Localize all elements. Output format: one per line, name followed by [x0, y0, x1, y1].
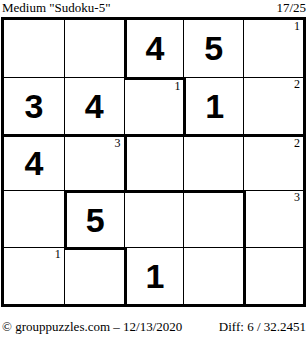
- given-digit: 4: [85, 89, 104, 123]
- cell-r3c3: [124, 134, 184, 191]
- copyright-text: © grouppuzzles.com – 12/13/2020: [2, 319, 182, 334]
- given-digit: 1: [146, 259, 165, 293]
- given-digit: 5: [204, 31, 223, 65]
- region-label: 1: [294, 20, 300, 33]
- cell-r5c2: [64, 247, 124, 304]
- region-label: 3: [115, 137, 121, 150]
- cell-r3c2: 3: [64, 134, 124, 191]
- cell-r1c5: 1: [243, 20, 303, 77]
- cell-r2c5: 2: [243, 77, 303, 134]
- difficulty-text: Diff: 6 / 32.2451: [219, 319, 306, 334]
- cell-r4c3: [124, 190, 184, 247]
- region-label: 3: [294, 191, 300, 204]
- puzzle-page: Medium "Sudoku-5" 17/25 451341124325311 …: [0, 0, 308, 343]
- cell-r5c1: 1: [4, 247, 64, 304]
- region-label: 1: [55, 248, 61, 261]
- puzzle-header: Medium "Sudoku-5" 17/25: [2, 1, 306, 17]
- cell-r1c1: [4, 20, 64, 77]
- region-label: 2: [294, 78, 300, 91]
- sudoku-grid: 451341124325311: [1, 17, 306, 307]
- given-digit: 4: [146, 31, 165, 65]
- cell-r4c2: 5: [64, 190, 124, 247]
- cell-r5c5: [243, 247, 303, 304]
- region-label: 2: [294, 137, 300, 150]
- cell-r2c4: 1: [183, 77, 243, 134]
- cell-r3c5: 2: [243, 134, 303, 191]
- puzzle-title: Medium "Sudoku-5": [2, 1, 110, 15]
- cell-r1c3: 4: [124, 20, 184, 77]
- cell-r5c3: 1: [124, 247, 184, 304]
- cell-r2c1: 3: [4, 77, 64, 134]
- given-digit: 3: [24, 89, 43, 123]
- cell-r2c2: 4: [64, 77, 124, 134]
- cell-r4c5: 3: [243, 190, 303, 247]
- region-label: 1: [174, 80, 180, 93]
- cell-r1c2: [64, 20, 124, 77]
- cell-r2c3: 1: [124, 77, 184, 134]
- cell-r3c1: 4: [4, 134, 64, 191]
- puzzle-footer: © grouppuzzles.com – 12/13/2020 Diff: 6 …: [2, 319, 306, 334]
- cell-r5c4: [183, 247, 243, 304]
- puzzle-index: 17/25: [276, 1, 306, 15]
- cell-r4c1: [4, 190, 64, 247]
- cell-r1c4: 5: [183, 20, 243, 77]
- given-digit: 5: [86, 203, 105, 237]
- cell-r3c4: [183, 134, 243, 191]
- given-digit: 4: [24, 146, 43, 180]
- cell-r4c4: [183, 190, 243, 247]
- given-digit: 1: [205, 89, 224, 123]
